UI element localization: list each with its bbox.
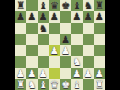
square-a1[interactable]: ♜ <box>15 79 26 90</box>
square-a2[interactable]: ♟ <box>15 68 26 79</box>
letterbox-right <box>105 0 120 90</box>
square-b8[interactable] <box>26 0 37 11</box>
square-h5[interactable] <box>94 34 105 45</box>
piece-black-rook[interactable]: ♜ <box>16 0 25 11</box>
square-b4[interactable] <box>26 45 37 56</box>
square-d7[interactable]: ♟ <box>49 11 60 22</box>
square-g6[interactable] <box>83 23 94 34</box>
piece-black-pawn[interactable]: ♟ <box>50 11 59 22</box>
square-c1[interactable]: ♝ <box>38 79 49 90</box>
piece-white-bishop[interactable]: ♝ <box>39 79 48 90</box>
piece-black-rook[interactable]: ♜ <box>95 0 104 11</box>
square-f2[interactable]: ♟ <box>71 68 82 79</box>
square-a7[interactable]: ♟ <box>15 11 26 22</box>
square-a3[interactable] <box>15 56 26 67</box>
square-f5[interactable] <box>71 34 82 45</box>
piece-white-pawn[interactable]: ♟ <box>95 68 104 79</box>
square-b7[interactable]: ♟ <box>26 11 37 22</box>
chess-board: ♜♝♛♚♝♞♜♟♟♟♟♟♟♟♞♟♟♟♞♟♟♟♟♟♟♜♞♝♛♚♝♜ <box>15 0 105 90</box>
square-g8[interactable]: ♞ <box>83 0 94 11</box>
square-d8[interactable]: ♛ <box>49 0 60 11</box>
piece-black-pawn[interactable]: ♟ <box>95 11 104 22</box>
piece-white-pawn[interactable]: ♟ <box>50 45 59 56</box>
piece-black-bishop[interactable]: ♝ <box>72 0 81 11</box>
piece-white-pawn[interactable]: ♟ <box>61 45 70 56</box>
square-d5[interactable] <box>49 34 60 45</box>
square-h6[interactable] <box>94 23 105 34</box>
square-f8[interactable]: ♝ <box>71 0 82 11</box>
square-c6[interactable]: ♞ <box>38 23 49 34</box>
square-e5[interactable]: ♟ <box>60 34 71 45</box>
piece-white-queen[interactable]: ♛ <box>50 79 59 90</box>
square-e4[interactable]: ♟ <box>60 45 71 56</box>
square-d3[interactable] <box>49 56 60 67</box>
piece-white-bishop[interactable]: ♝ <box>72 79 81 90</box>
square-e8[interactable]: ♚ <box>60 0 71 11</box>
square-c4[interactable] <box>38 45 49 56</box>
piece-black-queen[interactable]: ♛ <box>50 0 59 11</box>
square-e3[interactable] <box>60 56 71 67</box>
square-a4[interactable] <box>15 45 26 56</box>
square-d6[interactable] <box>49 23 60 34</box>
square-g3[interactable] <box>83 56 94 67</box>
square-f1[interactable]: ♝ <box>71 79 82 90</box>
square-g5[interactable] <box>83 34 94 45</box>
square-c2[interactable]: ♟ <box>38 68 49 79</box>
square-h7[interactable]: ♟ <box>94 11 105 22</box>
square-a5[interactable] <box>15 34 26 45</box>
square-c5[interactable] <box>38 34 49 45</box>
square-a6[interactable] <box>15 23 26 34</box>
square-h1[interactable]: ♜ <box>94 79 105 90</box>
square-e6[interactable] <box>60 23 71 34</box>
square-f7[interactable]: ♟ <box>71 11 82 22</box>
square-e2[interactable] <box>60 68 71 79</box>
piece-white-pawn[interactable]: ♟ <box>39 68 48 79</box>
square-g1[interactable] <box>83 79 94 90</box>
piece-white-pawn[interactable]: ♟ <box>84 68 93 79</box>
square-a8[interactable]: ♜ <box>15 0 26 11</box>
piece-white-rook[interactable]: ♜ <box>16 79 25 90</box>
square-g2[interactable]: ♟ <box>83 68 94 79</box>
piece-white-knight[interactable]: ♞ <box>27 79 36 90</box>
app-frame: ♜♝♛♚♝♞♜♟♟♟♟♟♟♟♞♟♟♟♞♟♟♟♟♟♟♜♞♝♛♚♝♜ <box>0 0 120 90</box>
square-c8[interactable]: ♝ <box>38 0 49 11</box>
piece-white-knight[interactable]: ♞ <box>72 56 81 67</box>
piece-black-knight[interactable]: ♞ <box>39 23 48 34</box>
piece-white-king[interactable]: ♚ <box>61 79 70 90</box>
square-h8[interactable]: ♜ <box>94 0 105 11</box>
piece-black-bishop[interactable]: ♝ <box>39 0 48 11</box>
square-b3[interactable] <box>26 56 37 67</box>
square-b6[interactable] <box>26 23 37 34</box>
square-b1[interactable]: ♞ <box>26 79 37 90</box>
square-b2[interactable]: ♟ <box>26 68 37 79</box>
square-f6[interactable] <box>71 23 82 34</box>
square-d1[interactable]: ♛ <box>49 79 60 90</box>
letterbox-left <box>0 0 15 90</box>
piece-white-pawn[interactable]: ♟ <box>27 68 36 79</box>
square-h3[interactable] <box>94 56 105 67</box>
piece-black-pawn[interactable]: ♟ <box>72 11 81 22</box>
piece-white-pawn[interactable]: ♟ <box>16 68 25 79</box>
square-d2[interactable] <box>49 68 60 79</box>
square-c3[interactable] <box>38 56 49 67</box>
piece-white-pawn[interactable]: ♟ <box>72 68 81 79</box>
square-h2[interactable]: ♟ <box>94 68 105 79</box>
square-b5[interactable] <box>26 34 37 45</box>
square-f3[interactable]: ♞ <box>71 56 82 67</box>
piece-black-pawn[interactable]: ♟ <box>39 11 48 22</box>
square-g7[interactable]: ♟ <box>83 11 94 22</box>
square-f4[interactable] <box>71 45 82 56</box>
piece-black-pawn[interactable]: ♟ <box>61 34 70 45</box>
square-g4[interactable] <box>83 45 94 56</box>
piece-black-pawn[interactable]: ♟ <box>16 11 25 22</box>
square-e7[interactable] <box>60 11 71 22</box>
piece-black-knight[interactable]: ♞ <box>84 0 93 11</box>
square-e1[interactable]: ♚ <box>60 79 71 90</box>
piece-black-king[interactable]: ♚ <box>61 0 70 11</box>
piece-white-rook[interactable]: ♜ <box>95 79 104 90</box>
piece-black-pawn[interactable]: ♟ <box>84 11 93 22</box>
square-d4[interactable]: ♟ <box>49 45 60 56</box>
piece-black-pawn[interactable]: ♟ <box>27 11 36 22</box>
square-h4[interactable] <box>94 45 105 56</box>
square-c7[interactable]: ♟ <box>38 11 49 22</box>
